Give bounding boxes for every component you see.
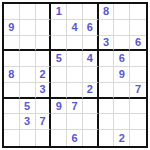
cell-r8c9[interactable]: [130, 114, 146, 130]
cell-r5c9[interactable]: [130, 67, 146, 83]
cell-r1c4-given-1[interactable]: 1: [51, 4, 67, 20]
cell-r7c9[interactable]: [130, 99, 146, 115]
cell-r4c5[interactable]: [67, 51, 83, 67]
cell-r2c4[interactable]: [51, 20, 67, 36]
cell-r7c3[interactable]: [36, 99, 52, 115]
cell-r5c6[interactable]: [83, 67, 99, 83]
cell-r7c7[interactable]: [99, 99, 115, 115]
cell-r6c9-given-7[interactable]: 7: [130, 83, 146, 99]
cell-r7c8[interactable]: [114, 99, 130, 115]
cell-r6c3-given-3[interactable]: 3: [36, 83, 52, 99]
cell-r3c6[interactable]: [83, 36, 99, 52]
cell-r3c9-given-6[interactable]: 6: [130, 36, 146, 52]
cell-r8c8[interactable]: [114, 114, 130, 130]
cell-r9c7[interactable]: [99, 130, 115, 146]
cell-r2c3[interactable]: [36, 20, 52, 36]
cell-r2c8[interactable]: [114, 20, 130, 36]
cell-r5c8-given-9[interactable]: 9: [114, 67, 130, 83]
cell-r5c5[interactable]: [67, 67, 83, 83]
cell-r9c6[interactable]: [83, 130, 99, 146]
cell-r6c7[interactable]: [99, 83, 115, 99]
cell-r9c3[interactable]: [36, 130, 52, 146]
cell-r1c9[interactable]: [130, 4, 146, 20]
cell-r3c1[interactable]: [4, 36, 20, 52]
cell-r8c3-given-7[interactable]: 7: [36, 114, 52, 130]
cell-r6c6-given-2[interactable]: 2: [83, 83, 99, 99]
cell-r6c5[interactable]: [67, 83, 83, 99]
cell-r5c2[interactable]: [20, 67, 36, 83]
cell-r7c4-given-9[interactable]: 9: [51, 99, 67, 115]
cell-r4c9[interactable]: [130, 51, 146, 67]
cell-r2c5-given-4[interactable]: 4: [67, 20, 83, 36]
cell-r6c4[interactable]: [51, 83, 67, 99]
cell-r2c2[interactable]: [20, 20, 36, 36]
cell-r1c8[interactable]: [114, 4, 130, 20]
cell-r2c7[interactable]: [99, 20, 115, 36]
cell-r7c6[interactable]: [83, 99, 99, 115]
cell-r4c2[interactable]: [20, 51, 36, 67]
cell-r1c7-given-8[interactable]: 8: [99, 4, 115, 20]
cell-r8c5[interactable]: [67, 114, 83, 130]
cell-r6c2[interactable]: [20, 83, 36, 99]
cell-r3c7-given-3[interactable]: 3: [99, 36, 115, 52]
cell-r5c3-given-2[interactable]: 2: [36, 67, 52, 83]
cell-r9c9[interactable]: [130, 130, 146, 146]
cell-r2c6-given-6[interactable]: 6: [83, 20, 99, 36]
cell-r1c5[interactable]: [67, 4, 83, 20]
cell-r4c6-given-4[interactable]: 4: [83, 51, 99, 67]
cell-r8c4[interactable]: [51, 114, 67, 130]
cell-r7c5-given-7[interactable]: 7: [67, 99, 83, 115]
sudoku-board: 18946365468293275973762: [2, 2, 148, 148]
cell-r5c1-given-8[interactable]: 8: [4, 67, 20, 83]
cell-r9c2[interactable]: [20, 130, 36, 146]
cell-r4c8-given-6[interactable]: 6: [114, 51, 130, 67]
cell-r8c2-given-3[interactable]: 3: [20, 114, 36, 130]
cell-r1c6[interactable]: [83, 4, 99, 20]
cell-r8c6[interactable]: [83, 114, 99, 130]
cell-r3c5[interactable]: [67, 36, 83, 52]
cell-r2c9[interactable]: [130, 20, 146, 36]
cell-r7c1[interactable]: [4, 99, 20, 115]
cell-r8c1[interactable]: [4, 114, 20, 130]
cell-r4c4-given-5[interactable]: 5: [51, 51, 67, 67]
cell-r7c2-given-5[interactable]: 5: [20, 99, 36, 115]
cell-r9c1[interactable]: [4, 130, 20, 146]
cell-r3c8[interactable]: [114, 36, 130, 52]
cell-r2c1-given-9[interactable]: 9: [4, 20, 20, 36]
cell-r4c7[interactable]: [99, 51, 115, 67]
cell-r1c3[interactable]: [36, 4, 52, 20]
cell-r3c2[interactable]: [20, 36, 36, 52]
cell-r6c8[interactable]: [114, 83, 130, 99]
cell-r4c1[interactable]: [4, 51, 20, 67]
cell-r9c5-given-6[interactable]: 6: [67, 130, 83, 146]
cell-r9c8-given-2[interactable]: 2: [114, 130, 130, 146]
cell-r5c7[interactable]: [99, 67, 115, 83]
cell-r9c4[interactable]: [51, 130, 67, 146]
cell-r4c3[interactable]: [36, 51, 52, 67]
cell-r8c7[interactable]: [99, 114, 115, 130]
cell-r5c4[interactable]: [51, 67, 67, 83]
cell-r1c2[interactable]: [20, 4, 36, 20]
cell-r6c1[interactable]: [4, 83, 20, 99]
cell-r3c3[interactable]: [36, 36, 52, 52]
cell-r1c1[interactable]: [4, 4, 20, 20]
cell-r3c4[interactable]: [51, 36, 67, 52]
